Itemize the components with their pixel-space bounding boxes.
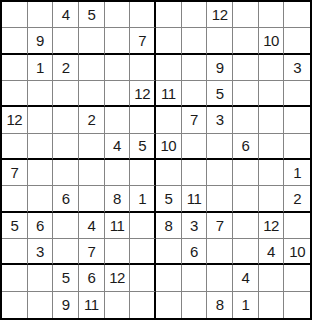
cell-r12c6[interactable] [130, 292, 156, 318]
cell-r8c2[interactable] [28, 186, 54, 212]
cell-r1c1[interactable] [2, 2, 28, 28]
cell-r5c11[interactable] [259, 107, 285, 133]
cell-r9c2[interactable]: 6 [28, 213, 54, 239]
cell-r10c10[interactable] [233, 239, 259, 265]
cell-r7c10[interactable] [233, 160, 259, 186]
cell-r7c8[interactable] [182, 160, 208, 186]
cell-r5c3[interactable] [53, 107, 79, 133]
cell-r1c4[interactable]: 5 [79, 2, 105, 28]
cell-r11c11[interactable] [259, 265, 285, 291]
cell-r4c4[interactable] [79, 81, 105, 107]
cell-r10c3[interactable] [53, 239, 79, 265]
cell-r2c12[interactable] [284, 28, 310, 54]
cell-r1c2[interactable] [28, 2, 54, 28]
cell-r6c1[interactable] [2, 134, 28, 160]
cell-r1c6[interactable] [130, 2, 156, 28]
cell-r1c8[interactable] [182, 2, 208, 28]
cell-r7c2[interactable] [28, 160, 54, 186]
cell-r10c2[interactable]: 3 [28, 239, 54, 265]
cell-r4c2[interactable] [28, 81, 54, 107]
cell-r6c3[interactable] [53, 134, 79, 160]
cell-r10c7[interactable] [156, 239, 182, 265]
cell-r1c11[interactable] [259, 2, 285, 28]
cell-r8c11[interactable] [259, 186, 285, 212]
cell-r4c5[interactable] [105, 81, 131, 107]
cell-r4c7[interactable]: 11 [156, 81, 182, 107]
cell-r11c10[interactable]: 4 [233, 265, 259, 291]
cell-r10c12[interactable]: 10 [284, 239, 310, 265]
cell-r1c9[interactable]: 12 [207, 2, 233, 28]
cell-r9c3[interactable] [53, 213, 79, 239]
cell-r9c6[interactable] [130, 213, 156, 239]
cell-r4c6[interactable]: 12 [130, 81, 156, 107]
cell-r9c1[interactable]: 5 [2, 213, 28, 239]
cell-r3c12[interactable]: 3 [284, 55, 310, 81]
cell-r1c5[interactable] [105, 2, 131, 28]
cell-r7c5[interactable] [105, 160, 131, 186]
cell-r6c8[interactable] [182, 134, 208, 160]
cell-r10c9[interactable] [207, 239, 233, 265]
cell-r12c4[interactable]: 11 [79, 292, 105, 318]
cell-r5c7[interactable] [156, 107, 182, 133]
cell-r8c12[interactable]: 2 [284, 186, 310, 212]
cell-r2c1[interactable] [2, 28, 28, 54]
cell-r5c10[interactable] [233, 107, 259, 133]
cell-r5c4[interactable]: 2 [79, 107, 105, 133]
cell-r8c3[interactable]: 6 [53, 186, 79, 212]
cell-r9c9[interactable]: 7 [207, 213, 233, 239]
cell-r4c9[interactable]: 5 [207, 81, 233, 107]
cell-r1c3[interactable]: 4 [53, 2, 79, 28]
cell-r8c5[interactable]: 8 [105, 186, 131, 212]
cell-r2c4[interactable] [79, 28, 105, 54]
sudoku-board: 4512971012931211512273451067168151125641… [0, 0, 312, 320]
cell-r12c11[interactable] [259, 292, 285, 318]
cell-r2c10[interactable] [233, 28, 259, 54]
cell-r5c2[interactable] [28, 107, 54, 133]
cell-r10c1[interactable] [2, 239, 28, 265]
cell-r8c7[interactable]: 5 [156, 186, 182, 212]
cell-r12c3[interactable]: 9 [53, 292, 79, 318]
cell-r6c4[interactable] [79, 134, 105, 160]
cell-r10c8[interactable]: 6 [182, 239, 208, 265]
cell-r10c11[interactable]: 4 [259, 239, 285, 265]
cell-r7c1[interactable]: 7 [2, 160, 28, 186]
cell-r4c3[interactable] [53, 81, 79, 107]
cell-r12c9[interactable]: 8 [207, 292, 233, 318]
cell-r4c11[interactable] [259, 81, 285, 107]
cell-r11c5[interactable]: 12 [105, 265, 131, 291]
cell-r11c9[interactable] [207, 265, 233, 291]
cell-r11c6[interactable] [130, 265, 156, 291]
cell-r11c7[interactable] [156, 265, 182, 291]
cell-r11c8[interactable] [182, 265, 208, 291]
cell-r2c6[interactable]: 7 [130, 28, 156, 54]
cell-r5c9[interactable]: 3 [207, 107, 233, 133]
cell-r11c3[interactable]: 5 [53, 265, 79, 291]
cell-r3c5[interactable] [105, 55, 131, 81]
cell-r3c10[interactable] [233, 55, 259, 81]
cell-r7c12[interactable]: 1 [284, 160, 310, 186]
cell-r10c4[interactable]: 7 [79, 239, 105, 265]
cell-r4c12[interactable] [284, 81, 310, 107]
cell-r3c3[interactable]: 2 [53, 55, 79, 81]
cell-r9c5[interactable]: 11 [105, 213, 131, 239]
cell-r6c2[interactable] [28, 134, 54, 160]
cell-r8c4[interactable] [79, 186, 105, 212]
cell-r2c3[interactable] [53, 28, 79, 54]
cell-r12c12[interactable] [284, 292, 310, 318]
cell-r2c7[interactable] [156, 28, 182, 54]
cell-r6c5[interactable]: 4 [105, 134, 131, 160]
cell-r7c11[interactable] [259, 160, 285, 186]
cell-r12c1[interactable] [2, 292, 28, 318]
cell-r8c1[interactable] [2, 186, 28, 212]
cell-r1c10[interactable] [233, 2, 259, 28]
cell-r7c6[interactable] [130, 160, 156, 186]
cell-r3c2[interactable]: 1 [28, 55, 54, 81]
cell-r11c1[interactable] [2, 265, 28, 291]
cell-r8c10[interactable] [233, 186, 259, 212]
cell-r7c9[interactable] [207, 160, 233, 186]
cell-r12c10[interactable]: 1 [233, 292, 259, 318]
cell-r7c7[interactable] [156, 160, 182, 186]
cell-r7c4[interactable] [79, 160, 105, 186]
cell-r6c6[interactable]: 5 [130, 134, 156, 160]
cell-r2c11[interactable]: 10 [259, 28, 285, 54]
cell-r9c4[interactable]: 4 [79, 213, 105, 239]
cell-r1c7[interactable] [156, 2, 182, 28]
cell-r5c6[interactable] [130, 107, 156, 133]
cell-r3c6[interactable] [130, 55, 156, 81]
cell-r10c6[interactable] [130, 239, 156, 265]
cell-r7c3[interactable] [53, 160, 79, 186]
cell-r12c2[interactable] [28, 292, 54, 318]
cell-r4c8[interactable] [182, 81, 208, 107]
cell-r9c11[interactable]: 12 [259, 213, 285, 239]
cell-r5c8[interactable]: 7 [182, 107, 208, 133]
cell-r3c7[interactable] [156, 55, 182, 81]
cell-r10c5[interactable] [105, 239, 131, 265]
cell-r8c8[interactable]: 11 [182, 186, 208, 212]
cell-r4c10[interactable] [233, 81, 259, 107]
cell-r9c8[interactable]: 3 [182, 213, 208, 239]
cell-r12c5[interactable] [105, 292, 131, 318]
cell-r2c8[interactable] [182, 28, 208, 54]
cell-r9c10[interactable] [233, 213, 259, 239]
cell-r11c4[interactable]: 6 [79, 265, 105, 291]
cell-r12c8[interactable] [182, 292, 208, 318]
cell-r3c11[interactable] [259, 55, 285, 81]
cell-r11c2[interactable] [28, 265, 54, 291]
cell-r4c1[interactable] [2, 81, 28, 107]
cell-r8c9[interactable] [207, 186, 233, 212]
cell-r2c9[interactable] [207, 28, 233, 54]
cell-r2c2[interactable]: 9 [28, 28, 54, 54]
cell-r6c11[interactable] [259, 134, 285, 160]
cell-r5c1[interactable]: 12 [2, 107, 28, 133]
cell-r3c1[interactable] [2, 55, 28, 81]
cell-r5c5[interactable] [105, 107, 131, 133]
cell-r3c9[interactable]: 9 [207, 55, 233, 81]
cell-r9c7[interactable]: 8 [156, 213, 182, 239]
cell-r1c12[interactable] [284, 2, 310, 28]
cell-r3c4[interactable] [79, 55, 105, 81]
cell-r5c12[interactable] [284, 107, 310, 133]
cell-r12c7[interactable] [156, 292, 182, 318]
cell-r6c12[interactable] [284, 134, 310, 160]
cell-r2c5[interactable] [105, 28, 131, 54]
cell-r6c7[interactable]: 10 [156, 134, 182, 160]
cell-r9c12[interactable] [284, 213, 310, 239]
cell-r8c6[interactable]: 1 [130, 186, 156, 212]
cell-r6c9[interactable] [207, 134, 233, 160]
cell-r6c10[interactable]: 6 [233, 134, 259, 160]
cell-r11c12[interactable] [284, 265, 310, 291]
cell-r3c8[interactable] [182, 55, 208, 81]
